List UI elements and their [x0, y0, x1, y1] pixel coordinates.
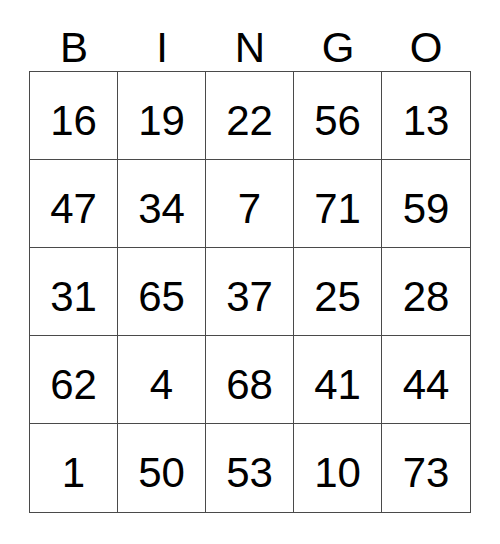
bingo-board: 1619225613473477159316537252862468414415…	[29, 71, 471, 513]
bingo-cell-r2c1[interactable]: 47	[30, 160, 118, 248]
bingo-cell-r3c2[interactable]: 65	[118, 248, 206, 336]
bingo-cell-r4c3[interactable]: 68	[206, 336, 294, 424]
bingo-cell-r5c4[interactable]: 10	[294, 424, 382, 512]
bingo-cell-r2c3[interactable]: 7	[206, 160, 294, 248]
column-letter-i: I	[118, 0, 206, 71]
bingo-cell-r1c4[interactable]: 56	[294, 72, 382, 160]
bingo-cell-r3c3[interactable]: 37	[206, 248, 294, 336]
bingo-header: BINGO	[30, 0, 470, 71]
bingo-cell-r1c5[interactable]: 13	[382, 72, 470, 160]
column-letter-g: G	[294, 0, 382, 71]
bingo-cell-r3c1[interactable]: 31	[30, 248, 118, 336]
bingo-cell-r4c5[interactable]: 44	[382, 336, 470, 424]
bingo-cell-r2c4[interactable]: 71	[294, 160, 382, 248]
bingo-cell-r1c1[interactable]: 16	[30, 72, 118, 160]
column-letter-b: B	[30, 0, 118, 71]
bingo-cell-r4c1[interactable]: 62	[30, 336, 118, 424]
bingo-cell-r5c3[interactable]: 53	[206, 424, 294, 512]
bingo-cell-r5c2[interactable]: 50	[118, 424, 206, 512]
bingo-cell-r1c3[interactable]: 22	[206, 72, 294, 160]
bingo-cell-r4c4[interactable]: 41	[294, 336, 382, 424]
bingo-cell-r5c1[interactable]: 1	[30, 424, 118, 512]
column-letter-o: O	[382, 0, 470, 71]
bingo-cell-r1c2[interactable]: 19	[118, 72, 206, 160]
bingo-cell-r2c5[interactable]: 59	[382, 160, 470, 248]
bingo-cell-r4c2[interactable]: 4	[118, 336, 206, 424]
bingo-cell-r5c5[interactable]: 73	[382, 424, 470, 512]
bingo-card: BINGO 1619225613473477159316537252862468…	[0, 0, 500, 544]
bingo-cell-r3c4[interactable]: 25	[294, 248, 382, 336]
column-letter-n: N	[206, 0, 294, 71]
bingo-cell-r3c5[interactable]: 28	[382, 248, 470, 336]
bingo-cell-r2c2[interactable]: 34	[118, 160, 206, 248]
